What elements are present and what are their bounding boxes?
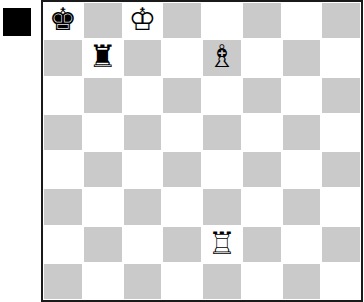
square-e6[interactable] [202,77,242,114]
white-bishop[interactable]: ♗ [208,41,236,72]
square-a1[interactable] [43,263,83,300]
square-d5[interactable] [162,114,202,151]
square-e3[interactable] [202,188,242,225]
square-d3[interactable] [162,188,202,225]
white-rook[interactable]: ♖ [208,228,236,259]
square-g5[interactable] [282,114,322,151]
square-e7[interactable]: ♗ [202,39,242,76]
square-h1[interactable] [321,263,361,300]
square-a7[interactable] [43,39,83,76]
square-e8[interactable] [202,2,242,39]
square-a4[interactable] [43,151,83,188]
square-b3[interactable] [83,188,123,225]
square-a2[interactable] [43,226,83,263]
square-b8[interactable] [83,2,123,39]
square-f2[interactable] [242,226,282,263]
square-h5[interactable] [321,114,361,151]
square-f8[interactable] [242,2,282,39]
square-f3[interactable] [242,188,282,225]
square-d2[interactable] [162,226,202,263]
square-f6[interactable] [242,77,282,114]
square-b2[interactable] [83,226,123,263]
square-f7[interactable] [242,39,282,76]
square-b7[interactable]: ♜ [83,39,123,76]
square-g3[interactable] [282,188,322,225]
square-f1[interactable] [242,263,282,300]
square-h2[interactable] [321,226,361,263]
square-e5[interactable] [202,114,242,151]
square-a3[interactable] [43,188,83,225]
square-c6[interactable] [123,77,163,114]
square-b1[interactable] [83,263,123,300]
square-c2[interactable] [123,226,163,263]
square-h6[interactable] [321,77,361,114]
square-e2[interactable]: ♖ [202,226,242,263]
square-f4[interactable] [242,151,282,188]
square-a6[interactable] [43,77,83,114]
square-a5[interactable] [43,114,83,151]
white-king[interactable]: ♔ [128,4,156,35]
square-c5[interactable] [123,114,163,151]
black-king[interactable]: ♚ [49,4,77,35]
square-b5[interactable] [83,114,123,151]
square-e1[interactable] [202,263,242,300]
square-g6[interactable] [282,77,322,114]
square-f5[interactable] [242,114,282,151]
square-c3[interactable] [123,188,163,225]
square-d6[interactable] [162,77,202,114]
square-c4[interactable] [123,151,163,188]
square-d8[interactable] [162,2,202,39]
square-g7[interactable] [282,39,322,76]
black-to-move-indicator [3,8,31,36]
square-c8[interactable]: ♔ [123,2,163,39]
square-c1[interactable] [123,263,163,300]
square-g2[interactable] [282,226,322,263]
square-d1[interactable] [162,263,202,300]
square-h7[interactable] [321,39,361,76]
square-b6[interactable] [83,77,123,114]
black-rook[interactable]: ♜ [89,41,117,72]
square-d4[interactable] [162,151,202,188]
square-a8[interactable]: ♚ [43,2,83,39]
square-c7[interactable] [123,39,163,76]
square-g8[interactable] [282,2,322,39]
square-e4[interactable] [202,151,242,188]
square-h4[interactable] [321,151,361,188]
square-g1[interactable] [282,263,322,300]
chess-board: ♚♔♜♗♖ [41,0,363,302]
square-h3[interactable] [321,188,361,225]
square-d7[interactable] [162,39,202,76]
square-g4[interactable] [282,151,322,188]
square-b4[interactable] [83,151,123,188]
chess-diagram: ♚♔♜♗♖ [0,0,364,302]
square-h8[interactable] [321,2,361,39]
